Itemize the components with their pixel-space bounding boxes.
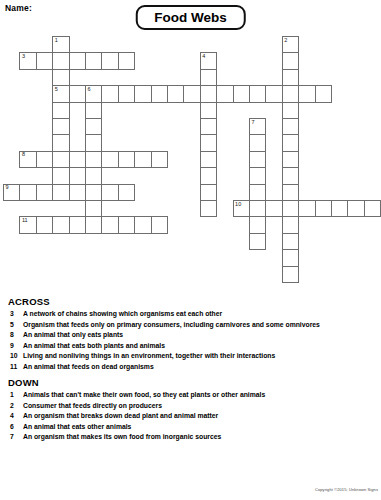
grid-cell[interactable] [315,200,332,217]
grid-cell[interactable]: 3 [19,52,36,69]
grid-cell[interactable] [282,266,299,283]
grid-cell[interactable] [52,167,69,184]
clue-item: 4An organism that breaks down dead plant… [8,411,379,422]
grid-cell[interactable] [200,200,217,217]
across-header: ACROSS [8,296,379,307]
clue-number: 9 [8,341,23,352]
grid-cell[interactable] [282,69,299,86]
clue-item: 8An animal that only eats plants [8,330,379,341]
clue-text: An animal that eats both plants and anim… [23,341,165,352]
grid-cell[interactable] [101,85,118,102]
grid-cell[interactable] [282,167,299,184]
grid-cell[interactable] [249,200,266,217]
grid-cell[interactable]: 11 [19,216,36,233]
grid-cell[interactable] [282,151,299,168]
down-header: DOWN [8,377,379,388]
grid-cell[interactable] [85,184,102,201]
grid-cell[interactable] [216,85,233,102]
clue-text: Living and nonliving things in an enviro… [23,351,275,362]
grid-cell[interactable] [52,118,69,135]
grid-cell[interactable] [85,216,102,233]
grid-cell[interactable] [298,200,315,217]
clue-item: 7An organism that makes its own food fro… [8,432,379,443]
down-clue-list: 1Animals that can't make their own food,… [8,390,379,443]
cell-number: 11 [22,218,28,224]
grid-cell[interactable] [282,200,299,217]
grid-cell[interactable] [200,69,217,86]
grid-cell[interactable] [331,200,348,217]
clue-text: An organism that makes its own food from… [23,432,221,443]
grid-cell[interactable] [265,200,282,217]
grid-cell[interactable] [36,184,53,201]
clue-number: 1 [8,390,23,401]
grid-cell[interactable] [52,184,69,201]
clue-item: 10Living and nonliving things in an envi… [8,351,379,362]
grid-cell[interactable] [118,216,135,233]
grid-cell[interactable] [85,151,102,168]
clue-item: 3A network of chains showing which organ… [8,309,379,320]
grid-cell[interactable] [298,85,315,102]
cell-number: 1 [55,38,58,44]
clue-number: 2 [8,401,23,412]
cell-number: 4 [202,54,205,60]
clue-number: 7 [8,432,23,443]
grid-cell[interactable] [118,85,135,102]
cell-number: 8 [22,152,25,158]
grid-cell[interactable] [85,102,102,119]
grid-cell[interactable] [315,85,332,102]
clue-number: 8 [8,330,23,341]
grid-cell[interactable] [282,52,299,69]
cell-number: 5 [55,87,58,93]
grid-cell[interactable] [19,184,36,201]
grid-cell[interactable] [101,52,118,69]
crossword-grid: 1523467891011 [3,36,381,283]
grid-cell[interactable] [134,151,151,168]
clue-item: 5Organism that feeds only on primary con… [8,320,379,331]
grid-cell[interactable] [118,151,135,168]
grid-cell[interactable] [282,216,299,233]
clue-number: 4 [8,411,23,422]
grid-cell[interactable] [52,216,69,233]
grid-cell[interactable] [282,249,299,266]
grid-cell[interactable] [36,52,53,69]
grid-cell[interactable] [265,85,282,102]
grid-cell[interactable] [167,85,184,102]
cell-number: 6 [88,87,91,93]
grid-cell[interactable] [151,85,168,102]
grid-cell[interactable]: 1 [52,36,69,53]
grid-cell[interactable] [249,216,266,233]
title-box: Food Webs [135,5,246,30]
grid-cell[interactable] [69,85,86,102]
cell-number: 10 [235,202,241,208]
grid-cell[interactable] [249,134,266,151]
clue-number: 10 [8,351,23,362]
grid-cell[interactable]: 9 [3,184,20,201]
grid-cell[interactable] [249,184,266,201]
grid-cell[interactable] [200,167,217,184]
grid-cell[interactable] [134,216,151,233]
clue-number: 6 [8,422,23,433]
cell-number: 2 [284,38,287,44]
grid-cell[interactable]: 6 [85,85,102,102]
grid-cell[interactable] [69,52,86,69]
grid-cell[interactable] [183,85,200,102]
grid-cell[interactable] [249,233,266,250]
grid-cell[interactable] [69,216,86,233]
clue-number: 5 [8,320,23,331]
grid-cell[interactable] [52,69,69,86]
grid-cell[interactable]: 8 [19,151,36,168]
clue-number: 11 [8,362,23,373]
grid-cell[interactable] [101,216,118,233]
clue-item: 1Animals that can't make their own food,… [8,390,379,401]
grid-cell[interactable] [69,151,86,168]
grid-cell[interactable] [85,200,102,217]
grid-cell[interactable] [52,151,69,168]
grid-cell[interactable] [364,200,381,217]
grid-cell[interactable] [282,118,299,135]
grid-cell[interactable] [85,52,102,69]
grid-cell[interactable] [52,134,69,151]
grid-cell[interactable] [347,200,364,217]
grid-cell[interactable] [52,52,69,69]
cell-number: 3 [22,54,25,60]
clue-text: An animal that eats other animals [23,422,131,433]
grid-cell[interactable] [151,151,168,168]
grid-cell[interactable] [85,118,102,135]
grid-cell[interactable]: 2 [282,36,299,53]
down-clues-section: DOWN 1Animals that can't make their own … [8,377,379,443]
grid-cell[interactable] [200,134,217,151]
grid-cell[interactable] [101,151,118,168]
grid-cell[interactable] [200,184,217,201]
grid-cell[interactable] [200,151,217,168]
clue-text: Animals that can't make their own food, … [23,390,265,401]
grid-cell[interactable] [101,184,118,201]
clue-text: An organism that breaks down dead plant … [23,411,218,422]
clue-item: 2Consumer that feeds directly on produce… [8,401,379,412]
grid-cell[interactable] [85,167,102,184]
grid-cell[interactable] [233,85,250,102]
across-clues-section: ACROSS 3A network of chains showing whic… [8,296,379,372]
grid-cell[interactable] [249,85,266,102]
grid-cell[interactable] [69,184,86,201]
grid-cell[interactable]: 5 [52,85,69,102]
grid-cell[interactable] [249,167,266,184]
clue-item: 9An animal that eats both plants and ani… [8,341,379,352]
grid-cell[interactable] [200,85,217,102]
cell-number: 9 [6,185,9,191]
grid-cell[interactable]: 10 [233,200,250,217]
name-label: Name: [5,3,32,13]
grid-cell[interactable] [36,151,53,168]
clue-text: Organism that feeds only on primary cons… [23,320,320,331]
cell-number: 7 [252,120,255,126]
grid-cell[interactable] [200,118,217,135]
clue-text: A network of chains showing which organi… [23,309,222,320]
copyright-text: Copyright ©2015; Unknown Signs [315,487,378,492]
clue-number: 3 [8,309,23,320]
grid-cell[interactable] [282,102,299,119]
clue-text: An animal that feeds on dead organisms [23,362,154,373]
grid-cell[interactable] [282,85,299,102]
grid-cell[interactable] [282,184,299,201]
grid-cell[interactable] [151,216,168,233]
grid-cell[interactable] [200,102,217,119]
clue-text: An animal that only eats plants [23,330,123,341]
grid-cell[interactable] [118,52,135,69]
grid-cell[interactable]: 4 [200,52,217,69]
page-title: Food Webs [154,10,227,25]
grid-cell[interactable] [36,216,53,233]
clue-text: Consumer that feeds directly on producer… [23,401,162,412]
grid-cell[interactable] [249,151,266,168]
clue-item: 6An animal that eats other animals [8,422,379,433]
grid-cell[interactable] [282,134,299,151]
grid-cell[interactable]: 7 [249,118,266,135]
grid-cell[interactable] [134,85,151,102]
across-clue-list: 3A network of chains showing which organ… [8,309,379,372]
grid-cell[interactable] [52,102,69,119]
clue-item: 11An animal that feeds on dead organisms [8,362,379,373]
grid-cell[interactable] [118,184,135,201]
grid-cell[interactable] [85,134,102,151]
grid-cell[interactable] [282,233,299,250]
